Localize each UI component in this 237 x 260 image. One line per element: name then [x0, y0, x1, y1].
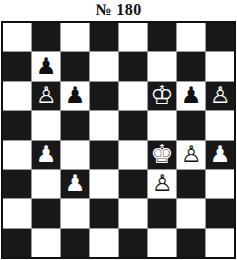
black-pawn: ♟ — [36, 55, 57, 79]
square-a3 — [3, 170, 31, 198]
square-a1 — [3, 229, 31, 257]
square-c8 — [61, 23, 89, 51]
square-g5 — [177, 111, 205, 139]
square-a2 — [3, 199, 31, 227]
square-f4: ♚ — [148, 141, 176, 169]
square-d6 — [90, 82, 118, 110]
black-pawn: ♟ — [65, 84, 86, 108]
square-c4 — [61, 141, 89, 169]
square-c7 — [61, 52, 89, 80]
square-h1 — [206, 229, 234, 257]
square-f3: ♙ — [148, 170, 176, 198]
square-c5 — [61, 111, 89, 139]
square-b8 — [32, 23, 60, 51]
square-a6 — [3, 82, 31, 110]
square-d2 — [90, 199, 118, 227]
square-d8 — [90, 23, 118, 51]
black-pawn: ♙ — [36, 84, 57, 108]
square-g3 — [177, 170, 205, 198]
square-c1 — [61, 229, 89, 257]
black-king: ♔ — [150, 82, 173, 109]
square-h6: ♙ — [206, 82, 234, 110]
white-pawn: ♟ — [210, 143, 231, 167]
square-b3 — [32, 170, 60, 198]
square-c3: ♟ — [61, 170, 89, 198]
square-h4: ♟ — [206, 141, 234, 169]
square-b5 — [32, 111, 60, 139]
square-a7 — [3, 52, 31, 80]
square-c2 — [61, 199, 89, 227]
square-b2 — [32, 199, 60, 227]
square-e2 — [119, 199, 147, 227]
square-g1 — [177, 229, 205, 257]
square-g6: ♟ — [177, 82, 205, 110]
square-e1 — [119, 229, 147, 257]
square-f6: ♔ — [148, 82, 176, 110]
black-pawn: ♙ — [210, 84, 231, 108]
square-g7 — [177, 52, 205, 80]
square-e6 — [119, 82, 147, 110]
square-b4: ♟ — [32, 141, 60, 169]
square-b7: ♟ — [32, 52, 60, 80]
square-h2 — [206, 199, 234, 227]
puzzle-diagram: № 180 ♟♙♟♔♟♙♟♚♙♟♟♙ — [0, 0, 237, 259]
square-f1 — [148, 229, 176, 257]
square-e8 — [119, 23, 147, 51]
puzzle-number: № 180 — [0, 0, 237, 21]
square-d7 — [90, 52, 118, 80]
square-h8 — [206, 23, 234, 51]
white-pawn: ♟ — [36, 143, 57, 167]
square-d5 — [90, 111, 118, 139]
square-d1 — [90, 229, 118, 257]
square-a5 — [3, 111, 31, 139]
square-f5 — [148, 111, 176, 139]
square-h3 — [206, 170, 234, 198]
square-f7 — [148, 52, 176, 80]
square-a8 — [3, 23, 31, 51]
black-pawn: ♟ — [181, 84, 202, 108]
square-h5 — [206, 111, 234, 139]
square-e5 — [119, 111, 147, 139]
square-g2 — [177, 199, 205, 227]
chess-board: ♟♙♟♔♟♙♟♚♙♟♟♙ — [1, 21, 236, 259]
white-pawn: ♙ — [181, 143, 202, 167]
square-g8 — [177, 23, 205, 51]
square-e3 — [119, 170, 147, 198]
square-d3 — [90, 170, 118, 198]
square-h7 — [206, 52, 234, 80]
white-king: ♚ — [150, 141, 173, 168]
square-e4 — [119, 141, 147, 169]
white-pawn: ♙ — [152, 172, 173, 196]
square-e7 — [119, 52, 147, 80]
square-b1 — [32, 229, 60, 257]
square-b6: ♙ — [32, 82, 60, 110]
square-f8 — [148, 23, 176, 51]
square-c6: ♟ — [61, 82, 89, 110]
square-f2 — [148, 199, 176, 227]
square-g4: ♙ — [177, 141, 205, 169]
square-a4 — [3, 141, 31, 169]
white-pawn: ♟ — [65, 172, 86, 196]
square-d4 — [90, 141, 118, 169]
